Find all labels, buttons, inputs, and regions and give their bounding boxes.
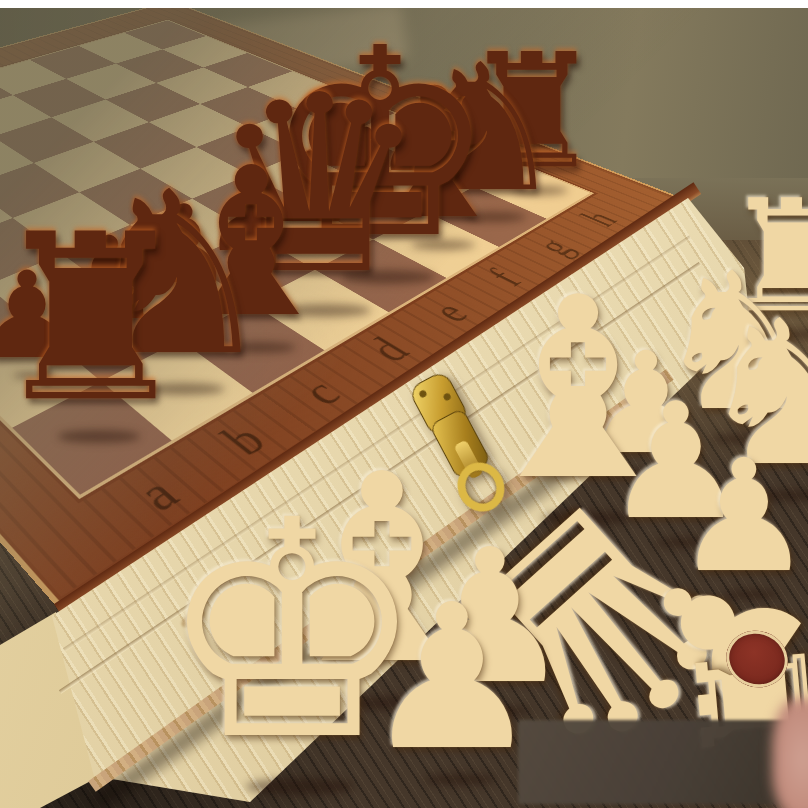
square-d7 <box>0 95 51 136</box>
square-e8 <box>0 60 66 95</box>
square-e7 <box>13 79 106 118</box>
square-f8 <box>30 46 116 79</box>
square-e6 <box>51 100 149 142</box>
square-c6 <box>0 137 34 186</box>
top-white-border <box>0 0 808 8</box>
square-g8 <box>79 33 163 64</box>
square-f7 <box>66 64 156 100</box>
blurred-patch-overlay <box>518 720 792 804</box>
light-king: ♚ <box>158 482 427 782</box>
corner-blur-blob <box>772 698 808 808</box>
dark-rook-a1: ♜ <box>0 204 194 434</box>
square-g7 <box>116 49 203 82</box>
chess-set-photo: abcdefgh ♟♟♜♟♞♟♝♟♚♟♛♟♝♟♞♜ ♜♞♟♞♝♟♟♛♟♝♜♟♟♚ <box>0 0 808 808</box>
square-h8 <box>125 20 206 49</box>
square-f6 <box>106 83 201 122</box>
square-d8 <box>0 75 13 113</box>
